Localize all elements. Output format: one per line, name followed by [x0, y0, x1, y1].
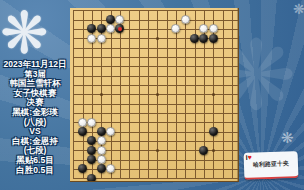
star-point	[156, 149, 159, 152]
grid-line	[232, 10, 233, 179]
stone-white-D4	[97, 146, 106, 155]
stone-black-Q16	[209, 34, 218, 43]
last-move-marker	[118, 27, 122, 31]
stone-white-D16	[97, 34, 106, 43]
stone-white-C7	[87, 118, 96, 127]
stone-white-D5	[97, 136, 106, 145]
star-point	[156, 93, 159, 96]
grid-line	[73, 178, 238, 179]
event-info-line: 白胜0.5目	[0, 166, 70, 176]
stone-white-M17	[171, 24, 180, 33]
stone-black-C3	[87, 155, 96, 164]
watermark: I♥ 哈利路亚十夹	[244, 151, 299, 180]
stone-black-B6	[78, 127, 87, 136]
event-info: 2023年11月12日第3届韩国兰雪轩杯女子快棋赛决赛黑棋:金彩瑛(八段)VS白…	[0, 60, 70, 175]
stone-white-D3	[97, 155, 106, 164]
go-board	[70, 8, 239, 182]
stone-white-B7	[78, 118, 87, 127]
stone-white-Q17	[209, 24, 218, 33]
stone-black-D2	[97, 164, 106, 173]
stone-black-E18	[106, 15, 115, 24]
stone-white-N18	[181, 15, 190, 24]
stone-black-P16	[199, 34, 208, 43]
grid-line	[185, 10, 186, 179]
broadcast-frame: ❋ ❋ ❋ ❋ 2023年11月12日第3届韩国兰雪轩杯女子快棋赛决赛黑棋:金彩…	[0, 0, 304, 190]
star-point	[212, 93, 215, 96]
stone-white-F18	[115, 15, 124, 24]
stone-black-B2	[78, 164, 87, 173]
grid-line	[176, 10, 177, 179]
stone-black-Q6	[209, 127, 218, 136]
stone-black-P4	[199, 146, 208, 155]
stone-black-C1	[87, 174, 96, 182]
stone-black-C5	[87, 136, 96, 145]
stone-white-E2	[106, 164, 115, 173]
stone-black-D6	[97, 127, 106, 136]
star-point	[212, 149, 215, 152]
heart-icon: ♥	[248, 154, 252, 161]
stone-white-C16	[87, 34, 96, 43]
stone-white-E6	[106, 127, 115, 136]
stone-black-O16	[190, 34, 199, 43]
grid-line	[223, 10, 224, 179]
grid-line	[167, 10, 168, 179]
star-point	[156, 37, 159, 40]
stone-black-D17	[97, 24, 106, 33]
stone-white-E17	[106, 24, 115, 33]
stone-white-P17	[199, 24, 208, 33]
star-point	[100, 93, 103, 96]
stone-black-C4	[87, 146, 96, 155]
stone-black-C17	[87, 24, 96, 33]
watermark-text: 哈利路亚十夹	[246, 160, 296, 169]
